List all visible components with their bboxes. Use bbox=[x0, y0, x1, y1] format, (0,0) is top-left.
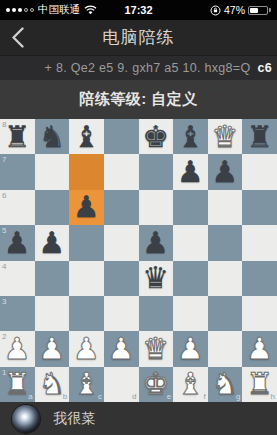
app-screen: 中国联通 17:32 47% bbox=[0, 0, 277, 435]
square-g6[interactable] bbox=[208, 190, 243, 225]
back-button[interactable] bbox=[6, 20, 30, 55]
square-b1[interactable]: ♞b bbox=[35, 367, 70, 402]
square-f4[interactable] bbox=[173, 261, 208, 296]
square-g2[interactable] bbox=[208, 331, 243, 366]
square-d8[interactable] bbox=[104, 119, 139, 154]
square-b2[interactable]: ♟ bbox=[35, 331, 70, 366]
player-name: 我很菜 bbox=[53, 410, 95, 428]
piece-wp-c2: ♟ bbox=[73, 334, 100, 364]
square-e2[interactable]: ♛ bbox=[139, 331, 174, 366]
square-g4[interactable] bbox=[208, 261, 243, 296]
player-avatar bbox=[12, 405, 40, 433]
battery-icon bbox=[248, 6, 271, 15]
piece-bn-b8: ♞ bbox=[38, 122, 65, 152]
square-b7[interactable] bbox=[35, 154, 70, 189]
square-d7[interactable] bbox=[104, 154, 139, 189]
rotation-lock-icon bbox=[210, 5, 221, 16]
square-f1[interactable]: ♝f bbox=[173, 367, 208, 402]
piece-wp-a2: ♟ bbox=[4, 334, 31, 364]
square-h6[interactable] bbox=[242, 190, 277, 225]
square-e8[interactable]: ♚ bbox=[139, 119, 174, 154]
rank-label-4: 4 bbox=[2, 263, 6, 271]
square-h5[interactable] bbox=[242, 225, 277, 260]
rank-label-6: 6 bbox=[2, 192, 6, 200]
piece-wr-h1: ♜ bbox=[246, 369, 273, 399]
square-c3[interactable] bbox=[69, 296, 104, 331]
square-e5[interactable]: ♟ bbox=[139, 225, 174, 260]
page-title: 电脑陪练 bbox=[103, 26, 175, 49]
square-b8[interactable]: ♞ bbox=[35, 119, 70, 154]
square-c8[interactable]: ♝ bbox=[69, 119, 104, 154]
square-h8[interactable]: ♜ bbox=[242, 119, 277, 154]
carrier-label: 中国联通 bbox=[38, 3, 80, 17]
square-d6[interactable] bbox=[104, 190, 139, 225]
piece-bp-c6: ♟ bbox=[73, 192, 100, 222]
chess-board[interactable]: ♜8♞♝♚♝♛♜7♟♟6♟♟5♟♟4♛3♟2♟♟♟♛♟♟♜1a♞b♝cd♚e♝f… bbox=[0, 119, 277, 402]
piece-bk-e8: ♚ bbox=[142, 122, 169, 152]
square-g7[interactable]: ♟ bbox=[208, 154, 243, 189]
piece-wp-b2: ♟ bbox=[38, 334, 65, 364]
move-history[interactable]: + 8. Qe2 e5 9. gxh7 a5 10. hxg8=Q bbox=[45, 61, 251, 75]
piece-br-a8: ♜ bbox=[4, 122, 31, 152]
level-label: 陪练等级: 自定义 bbox=[79, 90, 198, 109]
piece-wp-d2: ♟ bbox=[108, 334, 135, 364]
wifi-icon bbox=[84, 5, 97, 15]
piece-wp-h2: ♟ bbox=[246, 334, 273, 364]
square-h1[interactable]: ♜h bbox=[242, 367, 277, 402]
piece-wq-e2: ♛ bbox=[142, 334, 169, 364]
square-d5[interactable] bbox=[104, 225, 139, 260]
square-f7[interactable]: ♟ bbox=[173, 154, 208, 189]
square-d3[interactable] bbox=[104, 296, 139, 331]
piece-wb-c1: ♝ bbox=[73, 369, 100, 399]
piece-br-h8: ♜ bbox=[246, 122, 273, 152]
piece-wn-b1: ♞ bbox=[38, 369, 65, 399]
square-c1[interactable]: ♝c bbox=[69, 367, 104, 402]
square-a4[interactable]: 4 bbox=[0, 261, 35, 296]
square-f2[interactable]: ♟ bbox=[173, 331, 208, 366]
current-move[interactable]: c6 bbox=[257, 61, 272, 75]
square-a3[interactable]: 3 bbox=[0, 296, 35, 331]
piece-bp-g7: ♟ bbox=[212, 157, 239, 187]
square-f3[interactable] bbox=[173, 296, 208, 331]
move-list[interactable]: + 8. Qe2 e5 9. gxh7 a5 10. hxg8=Q c6 bbox=[0, 56, 277, 80]
level-row[interactable]: 陪练等级: 自定义 bbox=[0, 80, 277, 119]
square-b4[interactable] bbox=[35, 261, 70, 296]
piece-bp-f7: ♟ bbox=[177, 157, 204, 187]
rank-label-3: 3 bbox=[2, 298, 6, 306]
square-c5[interactable] bbox=[69, 225, 104, 260]
square-b6[interactable] bbox=[35, 190, 70, 225]
square-a8[interactable]: ♜8 bbox=[0, 119, 35, 154]
square-h3[interactable] bbox=[242, 296, 277, 331]
square-c2[interactable]: ♟ bbox=[69, 331, 104, 366]
square-e1[interactable]: ♚e bbox=[139, 367, 174, 402]
square-a5[interactable]: ♟5 bbox=[0, 225, 35, 260]
square-f6[interactable] bbox=[173, 190, 208, 225]
square-a1[interactable]: ♜1a bbox=[0, 367, 35, 402]
square-f8[interactable]: ♝ bbox=[173, 119, 208, 154]
square-c7[interactable] bbox=[69, 154, 104, 189]
piece-wb-f1: ♝ bbox=[177, 369, 204, 399]
square-c4[interactable] bbox=[69, 261, 104, 296]
nav-bar: 电脑陪练 bbox=[0, 20, 277, 56]
piece-wp-f2: ♟ bbox=[177, 334, 204, 364]
piece-bq-e4: ♛ bbox=[142, 263, 169, 293]
square-h4[interactable] bbox=[242, 261, 277, 296]
square-g1[interactable]: ♞g bbox=[208, 367, 243, 402]
square-d4[interactable] bbox=[104, 261, 139, 296]
battery-percent-label: 47% bbox=[224, 4, 245, 16]
piece-bb-f8: ♝ bbox=[177, 122, 204, 152]
file-label-d: d bbox=[132, 393, 136, 401]
square-e3[interactable] bbox=[139, 296, 174, 331]
piece-bp-e5: ♟ bbox=[142, 228, 169, 258]
square-e7[interactable] bbox=[139, 154, 174, 189]
status-bar: 中国联通 17:32 47% bbox=[0, 0, 277, 20]
piece-bp-b5: ♟ bbox=[38, 228, 65, 258]
piece-bb-c8: ♝ bbox=[73, 122, 100, 152]
square-b5[interactable]: ♟ bbox=[35, 225, 70, 260]
piece-wn-g1: ♞ bbox=[212, 369, 239, 399]
square-a2[interactable]: ♟2 bbox=[0, 331, 35, 366]
square-h2[interactable]: ♟ bbox=[242, 331, 277, 366]
rank-label-7: 7 bbox=[2, 156, 6, 164]
signal-strength-icon bbox=[6, 8, 34, 12]
square-e6[interactable] bbox=[139, 190, 174, 225]
square-g3[interactable] bbox=[208, 296, 243, 331]
square-d2[interactable]: ♟ bbox=[104, 331, 139, 366]
square-d1[interactable]: d bbox=[104, 367, 139, 402]
square-h7[interactable] bbox=[242, 154, 277, 189]
piece-wr-a1: ♜ bbox=[4, 369, 31, 399]
square-g5[interactable] bbox=[208, 225, 243, 260]
square-c6[interactable]: ♟ bbox=[69, 190, 104, 225]
square-a7[interactable]: 7 bbox=[0, 154, 35, 189]
square-b3[interactable] bbox=[35, 296, 70, 331]
square-f5[interactable] bbox=[173, 225, 208, 260]
piece-wq-g8: ♛ bbox=[212, 122, 239, 152]
piece-bp-a5: ♟ bbox=[4, 228, 31, 258]
square-e4[interactable]: ♛ bbox=[139, 261, 174, 296]
square-a6[interactable]: 6 bbox=[0, 190, 35, 225]
player-bar: 我很菜 bbox=[0, 402, 277, 435]
piece-wk-e1: ♚ bbox=[142, 369, 169, 399]
square-g8[interactable]: ♛ bbox=[208, 119, 243, 154]
